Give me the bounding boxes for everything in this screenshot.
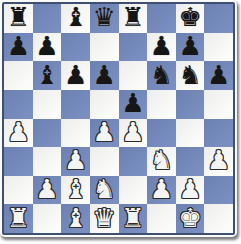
square-d1[interactable]: ♛ [90, 204, 119, 233]
square-d7[interactable] [90, 33, 119, 62]
piece-white-pawn: ♟ [64, 147, 87, 174]
piece-white-bishop: ♝ [64, 176, 87, 203]
square-d3[interactable] [90, 147, 119, 176]
square-g2[interactable]: ♟ [176, 176, 205, 205]
piece-white-pawn: ♟ [150, 176, 173, 203]
square-g7[interactable]: ♟ [176, 33, 205, 62]
square-f6[interactable]: ♞ [147, 61, 176, 90]
piece-black-bishop: ♝ [64, 4, 87, 31]
piece-black-knight: ♞ [150, 61, 173, 88]
square-a2[interactable] [4, 176, 33, 205]
square-e3[interactable] [119, 147, 148, 176]
chess-board: ♜♝♛♜♚♟♟♟♟♝♟♟♞♞♟♟♟♟♟♟♞♟♟♝♞♟♟♜♝♛♜♚ [4, 4, 233, 233]
square-b6[interactable]: ♝ [33, 61, 62, 90]
square-b8[interactable] [33, 4, 62, 33]
square-a3[interactable] [4, 147, 33, 176]
square-f5[interactable] [147, 90, 176, 119]
piece-black-pawn: ♟ [207, 61, 230, 88]
square-b2[interactable]: ♟ [33, 176, 62, 205]
square-d5[interactable] [90, 90, 119, 119]
square-g8[interactable]: ♚ [176, 4, 205, 33]
square-e4[interactable]: ♟ [119, 119, 148, 148]
piece-white-rook: ♜ [121, 204, 144, 231]
piece-white-pawn: ♟ [93, 119, 116, 146]
square-e5[interactable]: ♟ [119, 90, 148, 119]
square-h4[interactable] [204, 119, 233, 148]
square-b4[interactable] [33, 119, 62, 148]
square-c4[interactable] [61, 119, 90, 148]
piece-black-pawn: ♟ [93, 61, 116, 88]
piece-white-pawn: ♟ [207, 147, 230, 174]
square-c2[interactable]: ♝ [61, 176, 90, 205]
square-c5[interactable] [61, 90, 90, 119]
piece-black-pawn: ♟ [64, 61, 87, 88]
square-b3[interactable] [33, 147, 62, 176]
square-b7[interactable]: ♟ [33, 33, 62, 62]
piece-black-pawn: ♟ [178, 33, 201, 60]
square-c3[interactable]: ♟ [61, 147, 90, 176]
square-g6[interactable]: ♞ [176, 61, 205, 90]
square-e2[interactable] [119, 176, 148, 205]
square-e8[interactable]: ♜ [119, 4, 148, 33]
square-f1[interactable] [147, 204, 176, 233]
square-e7[interactable] [119, 33, 148, 62]
piece-black-pawn: ♟ [121, 90, 144, 117]
piece-white-queen: ♛ [93, 204, 116, 231]
square-h6[interactable]: ♟ [204, 61, 233, 90]
square-f3[interactable]: ♞ [147, 147, 176, 176]
square-c6[interactable]: ♟ [61, 61, 90, 90]
square-h1[interactable] [204, 204, 233, 233]
square-g4[interactable] [176, 119, 205, 148]
square-d2[interactable]: ♞ [90, 176, 119, 205]
square-c8[interactable]: ♝ [61, 4, 90, 33]
square-h7[interactable] [204, 33, 233, 62]
chess-diagram: ♜♝♛♜♚♟♟♟♟♝♟♟♞♞♟♟♟♟♟♟♞♟♟♝♞♟♟♜♝♛♜♚ [0, 0, 241, 244]
piece-white-pawn: ♟ [7, 119, 30, 146]
square-f2[interactable]: ♟ [147, 176, 176, 205]
square-a4[interactable]: ♟ [4, 119, 33, 148]
square-h3[interactable]: ♟ [204, 147, 233, 176]
square-b5[interactable] [33, 90, 62, 119]
square-c7[interactable] [61, 33, 90, 62]
square-e6[interactable] [119, 61, 148, 90]
square-a6[interactable] [4, 61, 33, 90]
square-g3[interactable] [176, 147, 205, 176]
square-f4[interactable] [147, 119, 176, 148]
piece-white-pawn: ♟ [35, 176, 58, 203]
piece-black-knight: ♞ [178, 61, 201, 88]
square-h2[interactable] [204, 176, 233, 205]
piece-white-king: ♚ [178, 204, 201, 231]
piece-white-pawn: ♟ [121, 119, 144, 146]
square-d6[interactable]: ♟ [90, 61, 119, 90]
piece-black-queen: ♛ [93, 4, 116, 31]
square-a7[interactable]: ♟ [4, 33, 33, 62]
board-border: ♜♝♛♜♚♟♟♟♟♝♟♟♞♞♟♟♟♟♟♟♞♟♟♝♞♟♟♜♝♛♜♚ [2, 2, 235, 235]
piece-black-king: ♚ [178, 4, 201, 31]
square-h5[interactable] [204, 90, 233, 119]
square-d8[interactable]: ♛ [90, 4, 119, 33]
square-g5[interactable] [176, 90, 205, 119]
square-a1[interactable]: ♜ [4, 204, 33, 233]
square-c1[interactable]: ♝ [61, 204, 90, 233]
piece-white-knight: ♞ [150, 147, 173, 174]
piece-white-knight: ♞ [93, 176, 116, 203]
square-a8[interactable]: ♜ [4, 4, 33, 33]
square-g1[interactable]: ♚ [176, 204, 205, 233]
square-f7[interactable]: ♟ [147, 33, 176, 62]
square-b1[interactable] [33, 204, 62, 233]
square-h8[interactable] [204, 4, 233, 33]
board-frame: ♜♝♛♜♚♟♟♟♟♝♟♟♞♞♟♟♟♟♟♟♞♟♟♝♞♟♟♜♝♛♜♚ [0, 0, 237, 237]
piece-black-pawn: ♟ [35, 33, 58, 60]
square-f8[interactable] [147, 4, 176, 33]
piece-black-pawn: ♟ [7, 33, 30, 60]
piece-black-pawn: ♟ [150, 33, 173, 60]
square-d4[interactable]: ♟ [90, 119, 119, 148]
piece-black-rook: ♜ [7, 4, 30, 31]
piece-white-pawn: ♟ [178, 176, 201, 203]
square-e1[interactable]: ♜ [119, 204, 148, 233]
piece-white-rook: ♜ [7, 204, 30, 231]
piece-black-rook: ♜ [121, 4, 144, 31]
piece-white-bishop: ♝ [64, 204, 87, 231]
piece-black-bishop: ♝ [35, 61, 58, 88]
square-a5[interactable] [4, 90, 33, 119]
